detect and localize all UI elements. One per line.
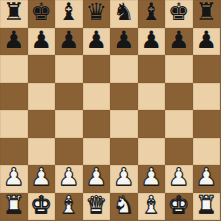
white-pawn-piece: ♟ [140, 164, 162, 192]
square-d6[interactable] [83, 55, 111, 83]
square-g4[interactable] [165, 110, 193, 138]
square-d1[interactable]: ♛ [83, 193, 111, 221]
square-g6[interactable] [165, 55, 193, 83]
square-d2[interactable]: ♟ [83, 165, 111, 193]
white-rook-piece: ♜ [195, 192, 217, 220]
white-king-piece: ♚ [30, 192, 52, 220]
square-b5[interactable] [28, 83, 56, 111]
square-e8[interactable]: ♞ [110, 0, 138, 28]
square-f6[interactable] [138, 55, 166, 83]
square-e3[interactable] [110, 138, 138, 166]
square-a3[interactable] [0, 138, 28, 166]
black-pawn-piece: ♟ [168, 27, 190, 55]
black-pawn-piece: ♟ [30, 27, 52, 55]
square-d5[interactable] [83, 83, 111, 111]
square-a7[interactable]: ♟ [0, 28, 28, 56]
square-h2[interactable]: ♟ [193, 165, 221, 193]
square-h6[interactable] [193, 55, 221, 83]
black-king-piece: ♚ [168, 0, 190, 27]
square-f4[interactable] [138, 110, 166, 138]
white-pawn-piece: ♟ [113, 164, 135, 192]
square-f3[interactable] [138, 138, 166, 166]
black-pawn-piece: ♟ [3, 27, 25, 55]
black-pawn-piece: ♟ [58, 27, 80, 55]
square-f7[interactable]: ♟ [138, 28, 166, 56]
square-b4[interactable] [28, 110, 56, 138]
black-pawn-piece: ♟ [140, 27, 162, 55]
square-c4[interactable] [55, 110, 83, 138]
square-b2[interactable]: ♟ [28, 165, 56, 193]
square-b3[interactable] [28, 138, 56, 166]
square-g5[interactable] [165, 83, 193, 111]
black-knight-piece: ♞ [113, 0, 135, 27]
square-a4[interactable] [0, 110, 28, 138]
square-b1[interactable]: ♚ [28, 193, 56, 221]
black-pawn-piece: ♟ [113, 27, 135, 55]
square-d8[interactable]: ♛ [83, 0, 111, 28]
square-g3[interactable] [165, 138, 193, 166]
white-knight-piece: ♞ [113, 192, 135, 220]
square-e1[interactable]: ♞ [110, 193, 138, 221]
square-h3[interactable] [193, 138, 221, 166]
chess-board: ♜♚♝♛♞♝♚♜♟♟♟♟♟♟♟♟♟♟♟♟♟♟♟♟♜♚♝♛♞♝♚♜ [0, 0, 220, 220]
square-e7[interactable]: ♟ [110, 28, 138, 56]
square-b7[interactable]: ♟ [28, 28, 56, 56]
white-pawn-piece: ♟ [3, 164, 25, 192]
black-rook-piece: ♜ [3, 0, 25, 27]
square-d7[interactable]: ♟ [83, 28, 111, 56]
square-h4[interactable] [193, 110, 221, 138]
black-pawn-piece: ♟ [195, 27, 217, 55]
square-g8[interactable]: ♚ [165, 0, 193, 28]
square-a5[interactable] [0, 83, 28, 111]
square-h8[interactable]: ♜ [193, 0, 221, 28]
black-rook-piece: ♜ [195, 0, 217, 27]
square-c8[interactable]: ♝ [55, 0, 83, 28]
square-d4[interactable] [83, 110, 111, 138]
square-a8[interactable]: ♜ [0, 0, 28, 28]
square-f8[interactable]: ♝ [138, 0, 166, 28]
square-a1[interactable]: ♜ [0, 193, 28, 221]
white-pawn-piece: ♟ [30, 164, 52, 192]
white-bishop-piece: ♝ [140, 192, 162, 220]
white-king-piece: ♚ [168, 192, 190, 220]
square-e5[interactable] [110, 83, 138, 111]
square-a6[interactable] [0, 55, 28, 83]
black-king-piece: ♚ [30, 0, 52, 27]
square-g1[interactable]: ♚ [165, 193, 193, 221]
white-bishop-piece: ♝ [58, 192, 80, 220]
square-c5[interactable] [55, 83, 83, 111]
square-f1[interactable]: ♝ [138, 193, 166, 221]
square-c2[interactable]: ♟ [55, 165, 83, 193]
square-h7[interactable]: ♟ [193, 28, 221, 56]
black-bishop-piece: ♝ [140, 0, 162, 27]
square-h1[interactable]: ♜ [193, 193, 221, 221]
square-e4[interactable] [110, 110, 138, 138]
white-rook-piece: ♜ [3, 192, 25, 220]
square-b6[interactable] [28, 55, 56, 83]
square-h5[interactable] [193, 83, 221, 111]
square-a2[interactable]: ♟ [0, 165, 28, 193]
square-c3[interactable] [55, 138, 83, 166]
square-e6[interactable] [110, 55, 138, 83]
square-g7[interactable]: ♟ [165, 28, 193, 56]
white-pawn-piece: ♟ [58, 164, 80, 192]
black-bishop-piece: ♝ [58, 0, 80, 27]
black-pawn-piece: ♟ [85, 27, 107, 55]
white-queen-piece: ♛ [85, 192, 107, 220]
square-d3[interactable] [83, 138, 111, 166]
square-e2[interactable]: ♟ [110, 165, 138, 193]
square-c1[interactable]: ♝ [55, 193, 83, 221]
square-g2[interactable]: ♟ [165, 165, 193, 193]
square-c7[interactable]: ♟ [55, 28, 83, 56]
square-f2[interactable]: ♟ [138, 165, 166, 193]
square-f5[interactable] [138, 83, 166, 111]
square-b8[interactable]: ♚ [28, 0, 56, 28]
square-c6[interactable] [55, 55, 83, 83]
black-queen-piece: ♛ [85, 0, 107, 27]
white-pawn-piece: ♟ [168, 164, 190, 192]
white-pawn-piece: ♟ [85, 164, 107, 192]
white-pawn-piece: ♟ [195, 164, 217, 192]
